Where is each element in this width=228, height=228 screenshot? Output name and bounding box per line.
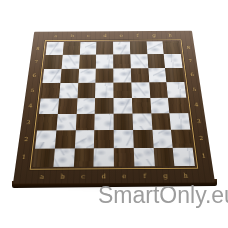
square-h7 <box>164 54 183 68</box>
square-g3 <box>151 113 171 130</box>
square-h6 <box>165 68 184 82</box>
square-e8 <box>113 42 130 55</box>
file-label-bottom-g: g <box>155 169 177 183</box>
square-g5 <box>149 82 168 97</box>
square-h1 <box>173 147 195 166</box>
square-b3 <box>56 114 76 131</box>
square-a7 <box>44 55 62 69</box>
rank-label-right-5: 5 <box>187 82 202 97</box>
square-h8 <box>163 41 181 54</box>
square-h4 <box>168 97 188 113</box>
file-label-top-c: c <box>80 31 97 40</box>
square-e4 <box>113 98 132 114</box>
chess-board: abcdefgh abcdefgh 87654321 87654321 <box>13 31 215 184</box>
square-d5 <box>95 83 113 98</box>
board-grid <box>33 41 195 167</box>
square-h5 <box>167 82 187 97</box>
file-label-bottom-b: b <box>52 169 73 183</box>
square-b4 <box>58 98 78 114</box>
rank-label-left-7: 7 <box>29 55 43 69</box>
square-a3 <box>37 114 58 131</box>
file-label-top-g: g <box>145 31 162 40</box>
file-label-top-f: f <box>129 31 146 40</box>
square-g1 <box>153 148 174 167</box>
rank-label-right-2: 2 <box>193 130 210 148</box>
square-c1 <box>73 148 94 167</box>
square-d2 <box>94 130 114 148</box>
square-h3 <box>170 113 191 130</box>
file-label-top-a: a <box>47 31 64 40</box>
square-b6 <box>60 69 79 83</box>
file-label-top-b: b <box>64 31 81 40</box>
square-h2 <box>171 130 192 148</box>
rank-label-left-4: 4 <box>23 98 38 114</box>
square-e1 <box>114 148 134 167</box>
square-d6 <box>96 68 114 82</box>
rank-label-right-7: 7 <box>183 54 197 68</box>
square-e6 <box>113 68 131 82</box>
square-d1 <box>94 148 114 167</box>
square-b8 <box>63 42 81 55</box>
rank-label-right-8: 8 <box>182 41 196 54</box>
square-e3 <box>114 113 133 130</box>
file-labels-top: abcdefgh <box>47 31 179 41</box>
rank-label-right-4: 4 <box>189 97 205 113</box>
square-e7 <box>113 55 130 69</box>
rank-label-left-2: 2 <box>18 131 34 149</box>
square-f7 <box>130 54 148 68</box>
square-c4 <box>76 98 95 114</box>
square-g8 <box>146 41 164 54</box>
product-photo: abcdefgh abcdefgh 87654321 87654321 Smar… <box>0 0 228 228</box>
square-f1 <box>133 148 154 167</box>
square-f4 <box>132 98 151 114</box>
square-e5 <box>113 83 131 98</box>
square-a4 <box>39 98 59 114</box>
square-c3 <box>75 114 95 131</box>
watermark: SmartOnly.eu <box>98 182 228 209</box>
square-c7 <box>79 55 97 69</box>
square-c5 <box>77 83 96 98</box>
square-c8 <box>79 42 96 55</box>
file-label-bottom-c: c <box>73 169 94 183</box>
playing-area <box>30 39 199 169</box>
rank-label-left-1: 1 <box>15 148 32 167</box>
file-label-bottom-e: e <box>114 169 135 183</box>
rank-label-right-6: 6 <box>185 68 200 82</box>
square-f6 <box>131 68 149 82</box>
rank-label-right-3: 3 <box>191 113 207 130</box>
square-d4 <box>95 98 114 114</box>
square-d7 <box>96 55 113 69</box>
file-label-bottom-a: a <box>31 170 53 184</box>
square-a1 <box>33 148 55 167</box>
square-d3 <box>95 114 114 131</box>
square-c2 <box>74 130 94 148</box>
square-g4 <box>150 97 170 113</box>
square-b1 <box>53 148 74 167</box>
file-label-top-e: e <box>113 31 130 40</box>
square-b5 <box>59 83 78 98</box>
square-a2 <box>35 131 56 149</box>
rank-label-left-5: 5 <box>25 83 40 98</box>
square-b2 <box>55 130 76 148</box>
square-a8 <box>46 42 64 55</box>
rank-label-left-3: 3 <box>20 114 36 131</box>
square-g2 <box>152 130 173 148</box>
square-f2 <box>133 130 153 148</box>
rank-label-right-1: 1 <box>195 147 212 166</box>
file-label-bottom-f: f <box>134 169 155 183</box>
square-a5 <box>41 83 60 98</box>
file-label-bottom-h: h <box>175 169 197 183</box>
rank-label-left-8: 8 <box>31 42 45 55</box>
file-label-top-h: h <box>162 31 179 40</box>
square-a6 <box>42 69 61 83</box>
square-f3 <box>132 113 152 130</box>
rank-label-left-6: 6 <box>27 69 42 83</box>
square-c6 <box>78 68 96 82</box>
square-g6 <box>148 68 167 82</box>
square-e2 <box>114 130 134 148</box>
file-label-top-d: d <box>97 31 113 40</box>
square-g7 <box>147 54 165 68</box>
square-f8 <box>130 41 147 54</box>
square-d8 <box>96 42 113 55</box>
square-b7 <box>61 55 79 69</box>
square-f5 <box>131 82 150 97</box>
